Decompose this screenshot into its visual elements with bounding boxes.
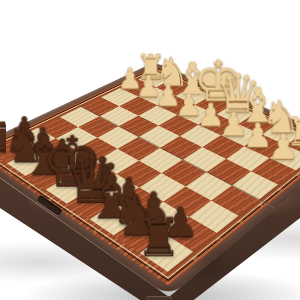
square-c4[interactable]	[183, 147, 226, 172]
white-pawn-a2[interactable]: ♟	[268, 131, 299, 164]
chess-set-photo: ♜♞♝♚♛♝♞♜♟♟♟♟♟♟♟♟♟♟♟♟♟♟♟♟♜♞♝♚♛♝♞♜ hgfedcb…	[0, 0, 300, 300]
square-d4[interactable]	[160, 136, 202, 160]
corner-foot	[146, 296, 172, 300]
black-rook-a8[interactable]: ♜	[136, 212, 174, 261]
